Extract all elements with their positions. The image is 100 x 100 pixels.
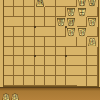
board-square[interactable]: [14, 7, 24, 17]
board-square[interactable]: [66, 37, 76, 47]
board-square[interactable]: [24, 76, 34, 86]
piece-kanji: 歩: [89, 19, 95, 25]
piece-kanji: 飛: [37, 0, 43, 6]
piece-face: 歩: [89, 18, 96, 25]
board-square[interactable]: [14, 0, 24, 7]
star-point: [34, 55, 36, 57]
shogi-piece-silver-3c[interactable]: 銀: [67, 18, 75, 27]
piece-face: 歩: [12, 94, 19, 100]
board-square[interactable]: [45, 0, 55, 7]
board-square[interactable]: [87, 56, 97, 66]
board-square[interactable]: [87, 27, 97, 37]
board-square[interactable]: [66, 0, 76, 7]
shogi-piece-pawn-3d[interactable]: 歩: [67, 28, 75, 37]
piece-kanji: 歩: [12, 94, 18, 100]
board-square[interactable]: [14, 17, 24, 27]
shogi-piece-gold-4c[interactable]: 金: [57, 18, 65, 27]
piece-face: 王: [78, 8, 85, 15]
piece-kanji: 王: [79, 9, 85, 15]
star-point: [65, 26, 67, 28]
shogi-piece-pawn-2d[interactable]: 歩: [78, 28, 86, 37]
board-square[interactable]: [24, 66, 34, 76]
piece-face: 銀: [68, 18, 75, 25]
piece-kanji: 歩: [79, 28, 85, 34]
board-square[interactable]: [14, 76, 24, 86]
shogi-piece-knight-2a[interactable]: 桂: [78, 0, 86, 7]
board-square[interactable]: [24, 0, 34, 7]
board-square[interactable]: [77, 56, 87, 66]
board-square[interactable]: [56, 7, 66, 17]
shogi-piece-pawn-1c[interactable]: 歩: [88, 18, 96, 27]
board-square[interactable]: [77, 76, 87, 86]
board-square[interactable]: [56, 27, 66, 37]
board-square[interactable]: [24, 37, 34, 47]
shogi-piece-gold-3b[interactable]: 金: [67, 8, 75, 17]
board-square[interactable]: [66, 66, 76, 76]
board-square[interactable]: [35, 56, 45, 66]
board-square[interactable]: [45, 47, 55, 57]
board-square[interactable]: [56, 56, 66, 66]
shogi-piece-king-2b[interactable]: 王: [78, 8, 86, 17]
board-square[interactable]: [87, 7, 97, 17]
board-square[interactable]: [87, 76, 97, 86]
piece-face: 桂: [78, 0, 85, 6]
piece-kanji: 香: [89, 0, 95, 5]
piece-face: 歩: [78, 28, 85, 35]
board-square[interactable]: [66, 76, 76, 86]
board-square[interactable]: [56, 37, 66, 47]
shogi-piece-rook-6a[interactable]: 飛: [36, 0, 44, 7]
board-square[interactable]: [45, 7, 55, 17]
board-square[interactable]: [4, 66, 14, 76]
board-square[interactable]: [77, 66, 87, 76]
board-square[interactable]: [4, 37, 14, 47]
board-square[interactable]: [35, 27, 45, 37]
board-square[interactable]: [77, 47, 87, 57]
piece-face: 歩: [89, 38, 96, 45]
board-square[interactable]: [14, 37, 24, 47]
board-square[interactable]: [35, 47, 45, 57]
board-square[interactable]: [4, 7, 14, 17]
piece-face: 歩: [68, 28, 75, 35]
shogi-piece-lance-1a[interactable]: 香: [88, 0, 96, 7]
piece-kanji: 歩: [89, 39, 95, 45]
board-square[interactable]: [45, 56, 55, 66]
board-square[interactable]: [35, 76, 45, 86]
board-square[interactable]: [45, 66, 55, 76]
board-square[interactable]: [87, 47, 97, 57]
board-square[interactable]: [66, 47, 76, 57]
shogi-app-screenshot: 飛桂香金王金銀歩歩歩歩 歩歩: [0, 0, 100, 100]
board-square[interactable]: [14, 56, 24, 66]
board-square[interactable]: [14, 47, 24, 57]
board-square[interactable]: [56, 0, 66, 7]
board-square[interactable]: [45, 37, 55, 47]
piece-face: 金: [68, 8, 75, 15]
board-square[interactable]: [56, 76, 66, 86]
star-point: [65, 55, 67, 57]
board-square[interactable]: [77, 17, 87, 27]
piece-kanji: 金: [58, 19, 64, 25]
board-square[interactable]: [4, 47, 14, 57]
piece-face: 金: [58, 18, 65, 25]
board-square[interactable]: [87, 66, 97, 76]
piece-kanji: 金: [68, 9, 74, 15]
board-square[interactable]: [4, 27, 14, 37]
board-square[interactable]: [45, 76, 55, 86]
board-square[interactable]: [24, 27, 34, 37]
board-square[interactable]: [35, 17, 45, 27]
board-square[interactable]: [35, 66, 45, 76]
board-square[interactable]: [45, 17, 55, 27]
star-point: [34, 26, 36, 28]
board-square[interactable]: [24, 7, 34, 17]
piece-kanji: 歩: [68, 28, 74, 34]
piece-kanji: 銀: [68, 19, 74, 25]
board-square[interactable]: [66, 56, 76, 66]
board-square[interactable]: [4, 0, 14, 7]
board-square[interactable]: [35, 37, 45, 47]
piece-kanji: 歩: [3, 94, 9, 100]
board-square[interactable]: [4, 17, 14, 27]
piece-face: 歩: [3, 94, 10, 100]
shogi-board[interactable]: 飛桂香金王金銀歩歩歩歩: [3, 0, 99, 87]
board-square[interactable]: [24, 56, 34, 66]
board-square[interactable]: [35, 7, 45, 17]
board-square[interactable]: [77, 37, 87, 47]
board-square[interactable]: [14, 66, 24, 76]
board-square[interactable]: [45, 27, 55, 37]
piece-face: 香: [89, 0, 96, 6]
board-square[interactable]: [4, 56, 14, 66]
board-square[interactable]: [4, 76, 14, 86]
board-square[interactable]: [56, 66, 66, 76]
piece-kanji: 桂: [79, 0, 85, 5]
piece-face: 飛: [37, 0, 44, 6]
board-square[interactable]: [14, 27, 24, 37]
shogi-piece-pawn-1e[interactable]: 歩: [88, 38, 96, 47]
